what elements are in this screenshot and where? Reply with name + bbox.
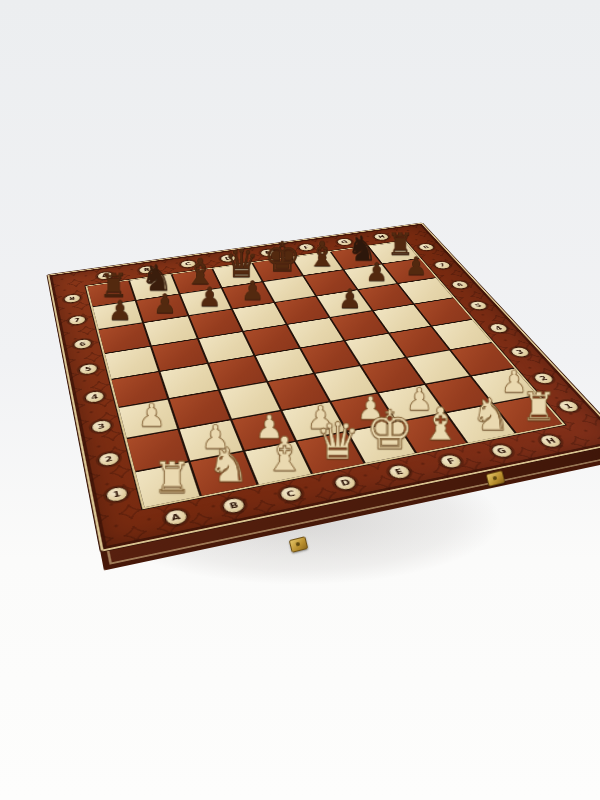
square-b6 [144,316,196,345]
file-label-G: G [488,443,516,459]
file-label-D: D [332,474,360,492]
square-b3 [170,391,229,428]
rank-label-6: 6 [73,338,93,350]
file-label-E: E [258,248,277,257]
rank-label-2: 2 [531,372,557,385]
square-d3 [268,374,328,409]
rank-label-5: 5 [78,363,99,376]
white-pawn-f2: ♟ [395,384,445,415]
rank-label-5: 5 [467,300,490,311]
file-label-F: F [297,243,316,252]
rank-label-1: 1 [104,485,129,503]
file-label-B: B [138,265,156,274]
rank-label-2: 2 [97,451,121,468]
rank-label-4: 4 [84,390,106,404]
file-label-C: C [277,485,304,503]
square-e3 [316,366,377,400]
file-label-H: H [537,433,566,449]
square-a5 [105,347,158,379]
file-label-A: A [96,271,114,281]
file-label-B: B [221,496,248,515]
file-label-C: C [179,259,198,268]
rank-label-3: 3 [90,419,113,434]
rank-label-1: 1 [555,399,582,414]
rank-label-4: 4 [487,322,511,334]
file-label-D: D [219,254,238,263]
square-d2: ♟ [282,402,345,440]
file-label-A: A [163,508,190,527]
white-pawn-a3: ♟ [126,400,177,432]
rank-label-6: 6 [449,280,471,290]
file-label-G: G [335,238,354,247]
white-pawn-c2: ♟ [243,412,295,444]
file-label-E: E [385,463,413,480]
file-label-H: H [372,233,391,241]
square-b1: ♞ [191,452,256,496]
rank-label-8: 8 [63,293,82,303]
rank-label-3: 3 [508,346,533,358]
rank-label-8: 8 [416,243,436,252]
board: ♜♞♝♛♚♝♞♜♟♟♟♟♟♟♟♟♟♟♟♟♟♟♜♞♝♛♚♝♞♜ [85,240,565,509]
file-label-F: F [437,453,465,470]
square-a1: ♜ [136,462,200,507]
rank-label-7: 7 [432,261,453,270]
rank-label-7: 7 [68,315,87,326]
square-f1: ♝ [398,413,466,452]
